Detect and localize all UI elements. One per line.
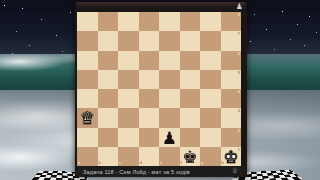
square-a4[interactable]: [77, 89, 98, 108]
square-e1[interactable]: e: [159, 147, 180, 166]
square-d4[interactable]: [139, 89, 160, 108]
chess-app-panel: ♟ 87654♛3♟2abcdef♚g1h♚ Задача 118 - Сем …: [75, 2, 247, 177]
square-d2[interactable]: [139, 128, 160, 147]
square-b7[interactable]: [98, 31, 119, 50]
square-e8[interactable]: [159, 12, 180, 31]
file-label-a: a: [78, 161, 80, 165]
board-header-bar: ♟: [77, 2, 245, 12]
square-f2[interactable]: [180, 128, 201, 147]
header-piece-icon[interactable]: ♟: [236, 2, 243, 12]
rank-label-3: 3: [238, 109, 240, 113]
square-e4[interactable]: [159, 89, 180, 108]
square-h3[interactable]: 3: [221, 108, 242, 127]
square-b3[interactable]: [98, 108, 119, 127]
puzzle-title: Задача 118 - Сем Лойд - мат за 5 ходів: [77, 169, 190, 175]
square-a3[interactable]: ♛: [77, 108, 98, 127]
square-h8[interactable]: 8: [221, 12, 242, 31]
square-h1[interactable]: 1h♚: [221, 147, 242, 166]
square-f3[interactable]: [180, 108, 201, 127]
chess-board: 87654♛3♟2abcdef♚g1h♚: [77, 12, 241, 166]
square-d5[interactable]: [139, 70, 160, 89]
file-label-d: d: [140, 161, 142, 165]
caption-bar: Задача 118 - Сем Лойд - мат за 5 ходів ♕: [77, 166, 245, 177]
file-label-b: b: [99, 161, 101, 165]
file-label-e: e: [160, 161, 162, 165]
square-e3[interactable]: [159, 108, 180, 127]
square-f5[interactable]: [180, 70, 201, 89]
square-g3[interactable]: [200, 108, 221, 127]
square-c1[interactable]: c: [118, 147, 139, 166]
square-d8[interactable]: [139, 12, 160, 31]
square-g8[interactable]: [200, 12, 221, 31]
square-b6[interactable]: [98, 51, 119, 70]
square-a8[interactable]: [77, 12, 98, 31]
white-queen[interactable]: ♛: [77, 109, 98, 128]
square-g1[interactable]: g: [200, 147, 221, 166]
square-g5[interactable]: [200, 70, 221, 89]
square-c8[interactable]: [118, 12, 139, 31]
square-d1[interactable]: d: [139, 147, 160, 166]
rank-label-5: 5: [238, 71, 240, 75]
square-c4[interactable]: [118, 89, 139, 108]
rank-label-4: 4: [238, 90, 240, 94]
square-g6[interactable]: [200, 51, 221, 70]
square-b4[interactable]: [98, 89, 119, 108]
square-g7[interactable]: [200, 31, 221, 50]
black-king[interactable]: ♚: [180, 148, 201, 167]
square-d7[interactable]: [139, 31, 160, 50]
square-e2[interactable]: ♟: [159, 128, 180, 147]
square-a5[interactable]: [77, 70, 98, 89]
rank-label-8: 8: [238, 13, 240, 17]
square-b5[interactable]: [98, 70, 119, 89]
black-pawn[interactable]: ♟: [159, 129, 180, 148]
square-e7[interactable]: [159, 31, 180, 50]
file-label-g: g: [201, 161, 203, 165]
square-b1[interactable]: b: [98, 147, 119, 166]
square-h7[interactable]: 7: [221, 31, 242, 50]
square-e5[interactable]: [159, 70, 180, 89]
square-h5[interactable]: 5: [221, 70, 242, 89]
square-f7[interactable]: [180, 31, 201, 50]
square-b8[interactable]: [98, 12, 119, 31]
square-b2[interactable]: [98, 128, 119, 147]
square-f4[interactable]: [180, 89, 201, 108]
square-h6[interactable]: 6: [221, 51, 242, 70]
rank-label-7: 7: [238, 32, 240, 36]
rank-label-1: 1: [238, 148, 240, 152]
square-f1[interactable]: f♚: [180, 147, 201, 166]
square-c5[interactable]: [118, 70, 139, 89]
square-a6[interactable]: [77, 51, 98, 70]
square-a7[interactable]: [77, 31, 98, 50]
file-label-f: f: [181, 161, 182, 165]
square-d6[interactable]: [139, 51, 160, 70]
square-f8[interactable]: [180, 12, 201, 31]
stars: [4, 5, 5, 6]
square-e6[interactable]: [159, 51, 180, 70]
rank-label-6: 6: [238, 52, 240, 56]
square-d3[interactable]: [139, 108, 160, 127]
square-g2[interactable]: [200, 128, 221, 147]
square-f6[interactable]: [180, 51, 201, 70]
square-h4[interactable]: 4: [221, 89, 242, 108]
square-c2[interactable]: [118, 128, 139, 147]
square-g4[interactable]: [200, 89, 221, 108]
square-a1[interactable]: a: [77, 147, 98, 166]
caption-queen-icon[interactable]: ♕: [232, 167, 238, 176]
screenshot: ♟ 87654♛3♟2abcdef♚g1h♚ Задача 118 - Сем …: [0, 0, 320, 180]
square-c3[interactable]: [118, 108, 139, 127]
square-a2[interactable]: [77, 128, 98, 147]
square-c7[interactable]: [118, 31, 139, 50]
rank-label-2: 2: [238, 129, 240, 133]
file-label-h: h: [222, 161, 224, 165]
file-label-c: c: [119, 161, 121, 165]
square-c6[interactable]: [118, 51, 139, 70]
square-h2[interactable]: 2: [221, 128, 242, 147]
